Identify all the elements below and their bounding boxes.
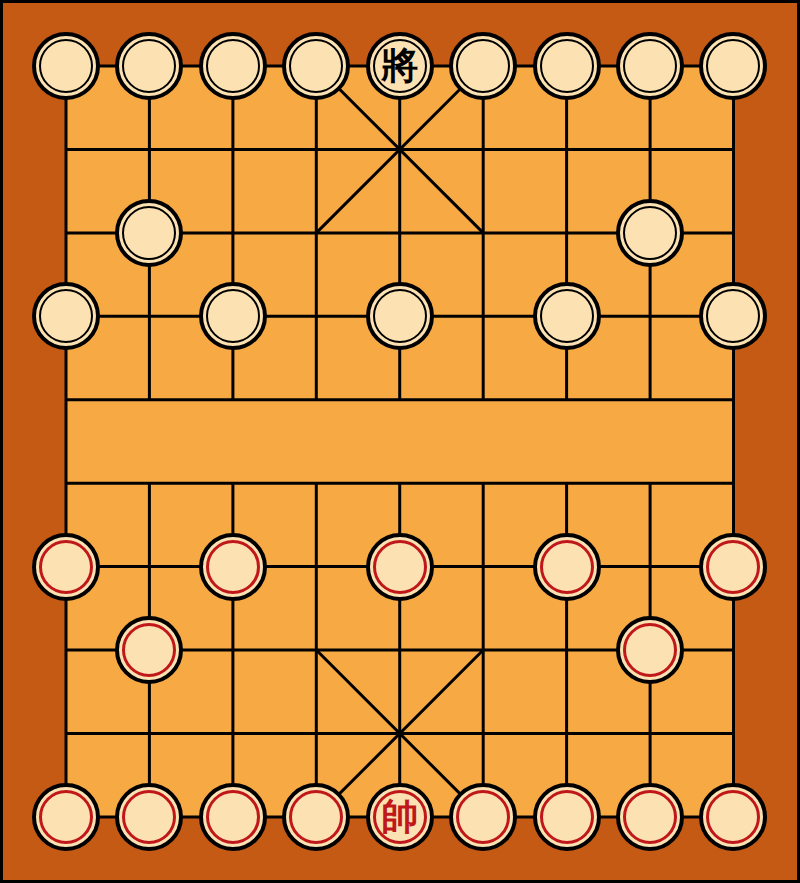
- piece-black[interactable]: [32, 32, 100, 100]
- blank-disc-face: [206, 289, 260, 343]
- board-cell: [191, 775, 274, 858]
- board-cell: [608, 775, 691, 858]
- piece-red[interactable]: [32, 533, 100, 601]
- piece-red[interactable]: [199, 533, 267, 601]
- piece-black[interactable]: [616, 32, 684, 100]
- piece-black[interactable]: [449, 32, 517, 100]
- board-cell: [608, 24, 691, 107]
- board-cell: [525, 525, 608, 608]
- piece-black[interactable]: [115, 32, 183, 100]
- piece-red[interactable]: [616, 616, 684, 684]
- blank-disc-face: [206, 39, 260, 93]
- board-cell: [441, 24, 524, 107]
- board-cell: [24, 775, 107, 858]
- board-cell: [525, 24, 608, 107]
- board-cell: [108, 24, 191, 107]
- blank-disc-face: [206, 790, 260, 844]
- board-cell: [441, 775, 524, 858]
- board-cell: [692, 525, 775, 608]
- blank-disc-face: [623, 790, 677, 844]
- piece-black[interactable]: [32, 282, 100, 350]
- board-cell: [108, 775, 191, 858]
- board-cell: [275, 775, 358, 858]
- board-cell: [24, 275, 107, 358]
- blank-disc-face: [623, 39, 677, 93]
- blank-disc-face: [456, 39, 510, 93]
- piece-red[interactable]: [449, 783, 517, 851]
- piece-red[interactable]: [699, 533, 767, 601]
- blank-disc-face: [373, 289, 427, 343]
- piece-black[interactable]: [282, 32, 350, 100]
- board-cell: 將: [358, 24, 441, 107]
- piece-red-general[interactable]: 帥: [366, 783, 434, 851]
- board-cell: [692, 24, 775, 107]
- piece-black[interactable]: [533, 32, 601, 100]
- board-cell: [608, 191, 691, 274]
- blank-disc-face: [373, 540, 427, 594]
- piece-black[interactable]: [699, 32, 767, 100]
- blank-disc-face: [122, 206, 176, 260]
- board-cell: [525, 775, 608, 858]
- blank-disc-face: [706, 289, 760, 343]
- piece-black[interactable]: [699, 282, 767, 350]
- piece-black[interactable]: [115, 199, 183, 267]
- blank-disc-face: [122, 790, 176, 844]
- piece-red[interactable]: [616, 783, 684, 851]
- board-cell: [358, 525, 441, 608]
- piece-black[interactable]: [199, 32, 267, 100]
- board-cell: [24, 525, 107, 608]
- piece-black-general[interactable]: 將: [366, 32, 434, 100]
- piece-black[interactable]: [366, 282, 434, 350]
- blank-disc-face: [456, 790, 510, 844]
- blank-disc-face: [540, 289, 594, 343]
- blank-disc-face: [39, 790, 93, 844]
- piece-red[interactable]: [115, 783, 183, 851]
- blank-disc-face: [623, 623, 677, 677]
- pieces-layer: 將帥: [24, 24, 775, 858]
- piece-red[interactable]: [533, 783, 601, 851]
- blank-disc-face: [289, 790, 343, 844]
- general-character: 將: [373, 39, 427, 93]
- piece-red[interactable]: [115, 616, 183, 684]
- blank-disc-face: [706, 790, 760, 844]
- board-cell: [692, 275, 775, 358]
- blank-disc-face: [206, 540, 260, 594]
- blank-disc-face: [706, 540, 760, 594]
- xiangqi-board: 將帥: [0, 0, 800, 883]
- board-cell: [608, 608, 691, 691]
- blank-disc-face: [122, 623, 176, 677]
- board-cell: [358, 275, 441, 358]
- blank-disc-face: [39, 289, 93, 343]
- blank-disc-face: [540, 540, 594, 594]
- piece-black[interactable]: [616, 199, 684, 267]
- piece-red[interactable]: [199, 783, 267, 851]
- blank-disc-face: [706, 39, 760, 93]
- board-cell: [191, 24, 274, 107]
- blank-disc-face: [540, 790, 594, 844]
- blank-disc-face: [39, 540, 93, 594]
- board-cell: [24, 24, 107, 107]
- board-cell: [275, 24, 358, 107]
- blank-disc-face: [39, 39, 93, 93]
- piece-red[interactable]: [282, 783, 350, 851]
- blank-disc-face: [289, 39, 343, 93]
- board-cell: [692, 775, 775, 858]
- board-cell: [525, 275, 608, 358]
- piece-red[interactable]: [533, 533, 601, 601]
- general-character: 帥: [373, 790, 427, 844]
- blank-disc-face: [623, 206, 677, 260]
- board-cell: [108, 608, 191, 691]
- piece-red[interactable]: [366, 533, 434, 601]
- piece-red[interactable]: [32, 783, 100, 851]
- board-cell: [191, 525, 274, 608]
- piece-red[interactable]: [699, 783, 767, 851]
- piece-black[interactable]: [199, 282, 267, 350]
- piece-black[interactable]: [533, 282, 601, 350]
- board-cell: 帥: [358, 775, 441, 858]
- blank-disc-face: [122, 39, 176, 93]
- blank-disc-face: [540, 39, 594, 93]
- board-cell: [108, 191, 191, 274]
- board-cell: [191, 275, 274, 358]
